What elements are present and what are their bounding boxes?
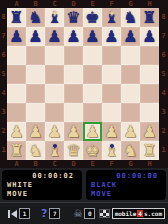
square-h4[interactable] <box>140 84 159 103</box>
black-pawn: ♟ <box>104 27 118 46</box>
hint-button[interactable]: ? 7 <box>41 208 60 219</box>
logo-accent: 4 <box>137 210 143 217</box>
black-pawn: ♟ <box>47 27 61 46</box>
square-h7[interactable]: ♟ <box>140 27 159 46</box>
hint-count-badge: 7 <box>49 208 60 219</box>
file-label-bottom-h: H <box>140 160 159 168</box>
bishop-mitre-dot <box>53 11 57 15</box>
square-d8[interactable]: ♛ <box>64 8 83 27</box>
rank-label-left-8: 8 <box>0 8 7 27</box>
file-label-top-e: E <box>83 0 102 8</box>
rank-label-left-4: 4 <box>0 84 7 103</box>
square-f7[interactable]: ♟ <box>102 27 121 46</box>
black-pawn: ♟ <box>28 27 42 46</box>
rank-label-left-1: 1 <box>0 141 7 160</box>
rank-label-right-4: 4 <box>159 84 168 103</box>
square-f8[interactable]: ♝ <box>102 8 121 27</box>
bishop-mitre-dot <box>110 144 114 148</box>
square-b2[interactable]: ♟ <box>26 122 45 141</box>
rank-label-left-2: 2 <box>0 122 7 141</box>
rank-label-right-8: 8 <box>159 8 168 27</box>
square-h1[interactable]: ♜ <box>140 141 159 160</box>
file-label-top-g: G <box>121 0 140 8</box>
square-e8[interactable]: ♚ <box>83 8 102 27</box>
square-h8[interactable]: ♜ <box>140 8 159 27</box>
square-g2[interactable]: ♟ <box>121 122 140 141</box>
white-time: 00:00:02 <box>7 172 77 181</box>
rank-label-left-7: 7 <box>0 27 7 46</box>
square-b4[interactable] <box>26 84 45 103</box>
square-d5[interactable] <box>64 65 83 84</box>
square-e3[interactable] <box>83 103 102 122</box>
square-e7[interactable]: ♟ <box>83 27 102 46</box>
square-b1[interactable]: ♞ <box>26 141 45 160</box>
black-knight: ♞ <box>28 8 42 27</box>
square-a8[interactable]: ♜ <box>7 8 26 27</box>
square-a5[interactable] <box>7 65 26 84</box>
rank-label-right-6: 6 <box>159 46 168 65</box>
white-pawn: ♟ <box>9 122 23 141</box>
file-label-bottom-a: A <box>7 160 26 168</box>
file-label-top-a: A <box>7 0 26 8</box>
black-pawn: ♟ <box>85 27 99 46</box>
file-label-bottom-d: D <box>64 160 83 168</box>
white-king: ♚ <box>85 141 99 160</box>
square-c3[interactable] <box>45 103 64 122</box>
square-g1[interactable]: ♞ <box>121 141 140 160</box>
black-rook: ♜ <box>142 8 156 27</box>
black-pawn: ♟ <box>9 27 23 46</box>
black-queen: ♛ <box>66 8 80 27</box>
file-label-top-d: D <box>64 0 83 8</box>
square-d2[interactable]: ♟ <box>64 122 83 141</box>
square-f6[interactable] <box>102 46 121 65</box>
square-b6[interactable] <box>26 46 45 65</box>
white-pawn: ♟ <box>104 122 118 141</box>
square-c6[interactable] <box>45 46 64 65</box>
black-player-label: BLACK <box>91 181 161 190</box>
square-a3[interactable] <box>7 103 26 122</box>
bishop-mitre-dot <box>53 144 57 148</box>
file-label-top-c: C <box>45 0 64 8</box>
square-d4[interactable] <box>64 84 83 103</box>
white-pawn: ♟ <box>28 122 42 141</box>
square-c1[interactable]: ♝ <box>45 141 64 160</box>
rank-label-left-5: 5 <box>0 65 7 84</box>
file-label-bottom-e: E <box>83 160 102 168</box>
undo-count-badge: 1 <box>19 208 30 219</box>
square-c2[interactable]: ♟ <box>45 122 64 141</box>
black-knight: ♞ <box>123 8 137 27</box>
file-label-bottom-c: C <box>45 160 64 168</box>
rank-label-right-5: 5 <box>159 65 168 84</box>
square-b8[interactable]: ♞ <box>26 8 45 27</box>
white-knight: ♞ <box>28 141 42 160</box>
square-g4[interactable] <box>121 84 140 103</box>
square-e1[interactable]: ♚ <box>83 141 102 160</box>
square-h6[interactable] <box>140 46 159 65</box>
square-e4[interactable] <box>83 84 102 103</box>
captures-indicator: ☠ 0 <box>73 208 110 219</box>
rank-label-left-3: 3 <box>0 103 7 122</box>
white-pawn: ♟ <box>142 122 156 141</box>
skip-back-icon <box>8 210 17 218</box>
square-e5[interactable] <box>83 65 102 84</box>
white-pawn: ♟ <box>66 122 80 141</box>
black-pawn: ♟ <box>66 27 80 46</box>
rank-label-right-3: 3 <box>159 103 168 122</box>
chess-board: ♜♞♝♛♚♝♞♜♟♟♟♟♟♟♟♟♟♟♟♟♟♟♟♟♜♞♝♛♚♝♞♜ <box>7 8 159 160</box>
white-queen: ♛ <box>66 141 80 160</box>
square-a1[interactable]: ♜ <box>7 141 26 160</box>
square-c4[interactable] <box>45 84 64 103</box>
square-f5[interactable] <box>102 65 121 84</box>
square-c7[interactable]: ♟ <box>45 27 64 46</box>
white-clock-panel: 00:00:02 WHITE MOVE <box>2 170 82 200</box>
square-f3[interactable] <box>102 103 121 122</box>
square-f1[interactable]: ♝ <box>102 141 121 160</box>
file-label-top-f: F <box>102 0 121 8</box>
square-d6[interactable] <box>64 46 83 65</box>
square-f2[interactable]: ♟ <box>102 122 121 141</box>
black-time: 00:00:00 <box>91 172 161 181</box>
square-g8[interactable]: ♞ <box>121 8 140 27</box>
undo-move-button[interactable]: 1 <box>8 208 30 219</box>
square-h2[interactable]: ♟ <box>140 122 159 141</box>
white-pawn: ♟ <box>85 122 99 141</box>
square-g3[interactable] <box>121 103 140 122</box>
black-move-status: MOVE <box>91 190 161 199</box>
white-pawn: ♟ <box>123 122 137 141</box>
square-e2[interactable]: ♟ <box>83 122 102 141</box>
black-pawn: ♟ <box>142 27 156 46</box>
chess-board-frame: AABBCCDDEEFFGGHH8877665544332211 ♜♞♝♛♚♝♞… <box>0 0 168 168</box>
file-label-bottom-f: F <box>102 160 121 168</box>
square-h3[interactable] <box>140 103 159 122</box>
file-label-top-b: B <box>26 0 45 8</box>
chess-app-screen: AABBCCDDEEFFGGHH8877665544332211 ♜♞♝♛♚♝♞… <box>0 0 168 224</box>
white-rook: ♜ <box>9 141 23 160</box>
skull-icon: ☠ <box>73 209 82 219</box>
logo-text-prefix: mobile <box>115 210 137 217</box>
square-c8[interactable]: ♝ <box>45 8 64 27</box>
square-a7[interactable]: ♟ <box>7 27 26 46</box>
white-player-label: WHITE <box>7 181 77 190</box>
square-c5[interactable] <box>45 65 64 84</box>
square-a4[interactable] <box>7 84 26 103</box>
capture-count-badge: 0 <box>84 208 95 219</box>
black-clock-panel: 00:00:00 BLACK MOVE <box>86 170 166 200</box>
black-pawn: ♟ <box>123 27 137 46</box>
black-rook: ♜ <box>9 8 23 27</box>
square-d3[interactable] <box>64 103 83 122</box>
square-f4[interactable] <box>102 84 121 103</box>
white-rook: ♜ <box>142 141 156 160</box>
white-pawn: ♟ <box>47 122 61 141</box>
rank-label-right-2: 2 <box>159 122 168 141</box>
file-label-top-h: H <box>140 0 159 8</box>
square-g7[interactable]: ♟ <box>121 27 140 46</box>
square-a2[interactable]: ♟ <box>7 122 26 141</box>
square-g6[interactable] <box>121 46 140 65</box>
square-b5[interactable] <box>26 65 45 84</box>
square-b3[interactable] <box>26 103 45 122</box>
square-g5[interactable] <box>121 65 140 84</box>
clock-panels: 00:00:02 WHITE MOVE 00:00:00 BLACK MOVE <box>0 168 168 202</box>
white-move-status: MOVE <box>7 190 77 199</box>
file-label-bottom-b: B <box>26 160 45 168</box>
file-label-bottom-g: G <box>121 160 140 168</box>
bishop-mitre-dot <box>110 11 114 15</box>
square-a6[interactable] <box>7 46 26 65</box>
square-h5[interactable] <box>140 65 159 84</box>
white-knight: ♞ <box>123 141 137 160</box>
square-d7[interactable]: ♟ <box>64 27 83 46</box>
checkered-flag-icon <box>99 209 110 218</box>
square-b7[interactable]: ♟ <box>26 27 45 46</box>
rank-label-left-6: 6 <box>0 46 7 65</box>
logo-text-suffix: s.com <box>144 210 162 217</box>
toolbar: 1 ? 7 ☠ 0 mobile4s.com <box>0 202 168 224</box>
question-icon: ? <box>41 208 47 219</box>
square-e6[interactable] <box>83 46 102 65</box>
square-d1[interactable]: ♛ <box>64 141 83 160</box>
rank-label-right-1: 1 <box>159 141 168 160</box>
black-king: ♚ <box>85 8 99 27</box>
brand-logo: mobile4s.com <box>112 208 165 219</box>
rank-label-right-7: 7 <box>159 27 168 46</box>
